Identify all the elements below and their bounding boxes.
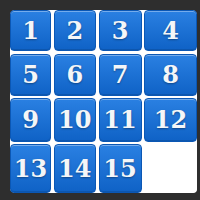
tile-14[interactable]: 14	[54, 144, 97, 193]
tile-12[interactable]: 12	[144, 98, 197, 142]
tile-11[interactable]: 11	[99, 98, 142, 142]
tile-3[interactable]: 3	[99, 10, 142, 51]
puzzle-board: 123456789101112131415	[10, 10, 197, 193]
tile-9[interactable]: 9	[10, 98, 51, 142]
tile-4[interactable]: 4	[144, 10, 197, 51]
empty-cell	[144, 144, 197, 193]
tile-13[interactable]: 13	[10, 144, 51, 193]
tile-7[interactable]: 7	[99, 54, 142, 96]
puzzle-frame: 123456789101112131415	[0, 0, 200, 200]
tile-8[interactable]: 8	[144, 54, 197, 96]
tile-6[interactable]: 6	[54, 54, 97, 96]
tile-10[interactable]: 10	[54, 98, 97, 142]
tile-15[interactable]: 15	[99, 144, 142, 193]
tile-5[interactable]: 5	[10, 54, 51, 96]
tile-2[interactable]: 2	[54, 10, 97, 51]
tile-1[interactable]: 1	[10, 10, 51, 51]
